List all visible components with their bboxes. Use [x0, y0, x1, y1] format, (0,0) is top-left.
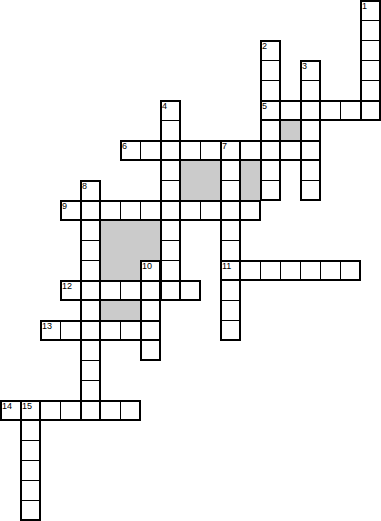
cell-r4c15[interactable]: [300, 80, 321, 101]
cell-r23c1[interactable]: [20, 460, 41, 481]
cell-r14c6[interactable]: [120, 280, 141, 301]
cell-r7c11[interactable]: [220, 140, 241, 161]
cell-r16c5[interactable]: [100, 320, 121, 341]
cell-r6c15[interactable]: [300, 120, 321, 141]
cell-r9c8[interactable]: [160, 180, 181, 201]
blocked-region: [100, 220, 161, 261]
cell-r9c15[interactable]: [300, 180, 321, 201]
cell-r5c8[interactable]: [160, 100, 181, 121]
cell-r3c15[interactable]: [300, 60, 321, 81]
crossword-board: 123456789101112131415: [0, 0, 381, 521]
cell-r9c4[interactable]: [80, 180, 101, 201]
cell-r13c12[interactable]: [240, 260, 261, 281]
cell-r15c7[interactable]: [140, 300, 161, 321]
cell-r2c18[interactable]: [360, 40, 381, 61]
cell-r13c14[interactable]: [280, 260, 301, 281]
cell-r7c9[interactable]: [180, 140, 201, 161]
cell-r20c4[interactable]: [80, 400, 101, 421]
cell-r8c15[interactable]: [300, 160, 321, 181]
cell-r1c18[interactable]: [360, 20, 381, 41]
cell-r6c8[interactable]: [160, 120, 181, 141]
cell-r25c1[interactable]: [20, 500, 41, 521]
blocked-region: [100, 300, 141, 321]
cell-r22c1[interactable]: [20, 440, 41, 461]
cell-r5c13[interactable]: [260, 100, 281, 121]
cell-r3c18[interactable]: [360, 60, 381, 81]
cell-r14c5[interactable]: [100, 280, 121, 301]
cell-r8c13[interactable]: [260, 160, 281, 181]
cell-r15c11[interactable]: [220, 300, 241, 321]
cell-r16c4[interactable]: [80, 320, 101, 341]
cell-r20c1[interactable]: [20, 400, 41, 421]
cell-r5c17[interactable]: [340, 100, 361, 121]
cell-r14c7[interactable]: [140, 280, 161, 301]
cell-r16c7[interactable]: [140, 320, 161, 341]
cell-r10c5[interactable]: [100, 200, 121, 221]
cell-r14c8[interactable]: [160, 280, 181, 301]
cell-r14c4[interactable]: [80, 280, 101, 301]
cell-r12c11[interactable]: [220, 240, 241, 261]
cell-r16c11[interactable]: [220, 320, 241, 341]
cell-r0c18[interactable]: [360, 0, 381, 21]
cell-r13c13[interactable]: [260, 260, 281, 281]
cell-r10c7[interactable]: [140, 200, 161, 221]
blocked-region: [180, 160, 221, 201]
cell-r13c11[interactable]: [220, 260, 241, 281]
cell-r7c13[interactable]: [260, 140, 281, 161]
cell-r16c6[interactable]: [120, 320, 141, 341]
cell-r19c4[interactable]: [80, 380, 101, 401]
cell-r7c7[interactable]: [140, 140, 161, 161]
cell-r10c8[interactable]: [160, 200, 181, 221]
cell-r12c8[interactable]: [160, 240, 181, 261]
cell-r10c12[interactable]: [240, 200, 261, 221]
cell-r5c18[interactable]: [360, 100, 381, 121]
cell-r9c13[interactable]: [260, 180, 281, 201]
cell-r7c8[interactable]: [160, 140, 181, 161]
cell-r8c11[interactable]: [220, 160, 241, 181]
cell-r13c8[interactable]: [160, 260, 181, 281]
cell-r5c15[interactable]: [300, 100, 321, 121]
cell-r5c14[interactable]: [280, 100, 301, 121]
cell-r15c4[interactable]: [80, 300, 101, 321]
cell-r10c3[interactable]: [60, 200, 81, 221]
cell-r20c2[interactable]: [40, 400, 61, 421]
cell-r16c3[interactable]: [60, 320, 81, 341]
cell-r4c13[interactable]: [260, 80, 281, 101]
cell-r10c4[interactable]: [80, 200, 101, 221]
cell-r9c11[interactable]: [220, 180, 241, 201]
cell-r10c9[interactable]: [180, 200, 201, 221]
cell-r24c1[interactable]: [20, 480, 41, 501]
cell-r20c0[interactable]: [0, 400, 21, 421]
cell-r17c7[interactable]: [140, 340, 161, 361]
cell-r7c14[interactable]: [280, 140, 301, 161]
cell-r10c6[interactable]: [120, 200, 141, 221]
blocked-region: [280, 120, 301, 141]
cell-r13c7[interactable]: [140, 260, 161, 281]
cell-r20c6[interactable]: [120, 400, 141, 421]
cell-r17c4[interactable]: [80, 340, 101, 361]
cell-r20c5[interactable]: [100, 400, 121, 421]
cell-r5c16[interactable]: [320, 100, 341, 121]
cell-r7c10[interactable]: [200, 140, 221, 161]
blocked-region: [240, 160, 261, 201]
blocked-region: [100, 260, 141, 281]
cell-r4c18[interactable]: [360, 80, 381, 101]
cell-r8c8[interactable]: [160, 160, 181, 181]
cell-r12c4[interactable]: [80, 240, 101, 261]
cell-r6c13[interactable]: [260, 120, 281, 141]
cell-r11c11[interactable]: [220, 220, 241, 241]
cell-r13c16[interactable]: [320, 260, 341, 281]
cell-r3c13[interactable]: [260, 60, 281, 81]
cell-r10c11[interactable]: [220, 200, 241, 221]
cell-r10c10[interactable]: [200, 200, 221, 221]
cell-r7c12[interactable]: [240, 140, 261, 161]
cell-r18c4[interactable]: [80, 360, 101, 381]
cell-r2c13[interactable]: [260, 40, 281, 61]
cell-r13c4[interactable]: [80, 260, 101, 281]
cell-r11c8[interactable]: [160, 220, 181, 241]
cell-r14c11[interactable]: [220, 280, 241, 301]
cell-r7c6[interactable]: [120, 140, 141, 161]
cell-r13c15[interactable]: [300, 260, 321, 281]
cell-r11c4[interactable]: [80, 220, 101, 241]
cell-r14c3[interactable]: [60, 280, 81, 301]
cell-r14c9[interactable]: [180, 280, 201, 301]
cell-r20c3[interactable]: [60, 400, 81, 421]
cell-r7c15[interactable]: [300, 140, 321, 161]
cell-r21c1[interactable]: [20, 420, 41, 441]
cell-r13c17[interactable]: [340, 260, 361, 281]
cell-r16c2[interactable]: [40, 320, 61, 341]
